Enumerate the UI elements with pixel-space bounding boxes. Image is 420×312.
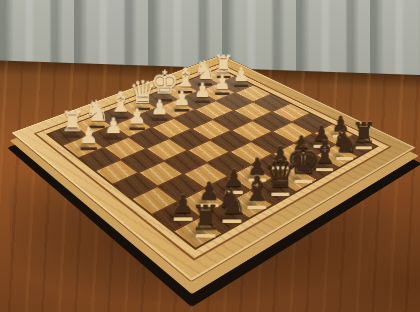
photo-stage: ♜♞♝♛♚♝♞♜♟♟♟♟♟♟♟♟♟♟♟♟♟♟♟♟♜♞♝♛♚♝♞♜: [0, 0, 420, 312]
chess-board[interactable]: ♜♞♝♛♚♝♞♜♟♟♟♟♟♟♟♟♟♟♟♟♟♟♟♟♜♞♝♛♚♝♞♜: [10, 55, 416, 283]
white-pawn-a2[interactable]: ♟: [70, 126, 107, 151]
black-rook-a8[interactable]: ♜: [183, 201, 227, 238]
board-rim-channel: ♜♞♝♛♚♝♞♜♟♟♟♟♟♟♟♟♟♟♟♟♟♟♟♟♜♞♝♛♚♝♞♜: [34, 63, 392, 261]
square-a2[interactable]: ♟: [64, 136, 103, 157]
board-scene: ♜♞♝♛♚♝♞♜♟♟♟♟♟♟♟♟♟♟♟♟♟♟♟♟♜♞♝♛♚♝♞♜: [0, 0, 420, 312]
